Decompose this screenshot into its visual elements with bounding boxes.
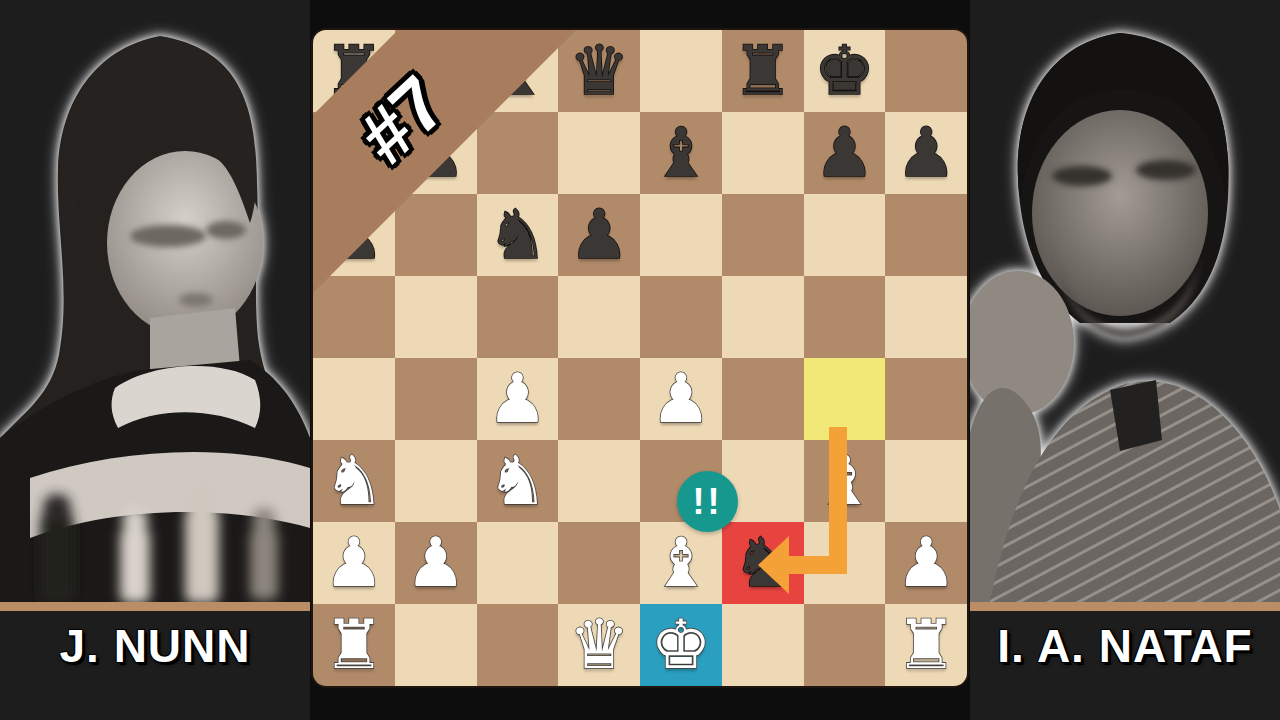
square-c8[interactable]: ♝ bbox=[477, 30, 559, 112]
white-king[interactable]: ♚ bbox=[650, 611, 711, 679]
white-pawn[interactable]: ♟ bbox=[650, 365, 711, 433]
white-rook[interactable]: ♜ bbox=[896, 611, 957, 679]
square-h7[interactable]: ♟ bbox=[885, 112, 967, 194]
square-a6[interactable]: ♟ bbox=[313, 194, 395, 276]
square-f4[interactable] bbox=[722, 358, 804, 440]
black-pawn[interactable]: ♟ bbox=[814, 119, 875, 187]
square-f7[interactable] bbox=[722, 112, 804, 194]
white-knight[interactable]: ♞ bbox=[487, 447, 548, 515]
square-a1[interactable]: ♜ bbox=[313, 604, 395, 686]
black-pawn[interactable]: ♟ bbox=[405, 119, 466, 187]
black-pawn[interactable]: ♟ bbox=[569, 201, 630, 269]
square-g7[interactable]: ♟ bbox=[804, 112, 886, 194]
white-knight[interactable]: ♞ bbox=[323, 447, 384, 515]
square-b5[interactable] bbox=[395, 276, 477, 358]
square-h1[interactable]: ♜ bbox=[885, 604, 967, 686]
square-e8[interactable] bbox=[640, 30, 722, 112]
white-pawn[interactable]: ♟ bbox=[896, 529, 957, 597]
player-photo-right bbox=[970, 8, 1280, 602]
square-g8[interactable]: ♚ bbox=[804, 30, 886, 112]
square-f6[interactable] bbox=[722, 194, 804, 276]
square-f3[interactable] bbox=[722, 440, 804, 522]
black-knight[interactable]: ♞ bbox=[487, 201, 548, 269]
square-b8[interactable] bbox=[395, 30, 477, 112]
square-h2[interactable]: ♟ bbox=[885, 522, 967, 604]
white-pawn[interactable]: ♟ bbox=[323, 529, 384, 597]
square-c7[interactable] bbox=[477, 112, 559, 194]
square-a3[interactable]: ♞ bbox=[313, 440, 395, 522]
square-d7[interactable] bbox=[558, 112, 640, 194]
square-e7[interactable]: ♝ bbox=[640, 112, 722, 194]
black-rook[interactable]: ♜ bbox=[323, 37, 384, 105]
square-g6[interactable] bbox=[804, 194, 886, 276]
white-rook[interactable]: ♜ bbox=[323, 611, 384, 679]
square-h3[interactable] bbox=[885, 440, 967, 522]
square-g5[interactable] bbox=[804, 276, 886, 358]
white-pawn[interactable]: ♟ bbox=[405, 529, 466, 597]
square-a2[interactable]: ♟ bbox=[313, 522, 395, 604]
page-root: { "game": "chess", "banner": { "label": … bbox=[0, 0, 1280, 720]
square-c6[interactable]: ♞ bbox=[477, 194, 559, 276]
square-e1[interactable]: ♚ bbox=[640, 604, 722, 686]
square-d4[interactable] bbox=[558, 358, 640, 440]
square-g2[interactable] bbox=[804, 522, 886, 604]
square-d5[interactable] bbox=[558, 276, 640, 358]
square-d6[interactable]: ♟ bbox=[558, 194, 640, 276]
player-name-left: J. NUNN bbox=[0, 608, 310, 684]
square-h6[interactable] bbox=[885, 194, 967, 276]
square-b4[interactable] bbox=[395, 358, 477, 440]
square-a7[interactable] bbox=[313, 112, 395, 194]
square-f8[interactable]: ♜ bbox=[722, 30, 804, 112]
square-g1[interactable] bbox=[804, 604, 886, 686]
square-e3[interactable] bbox=[640, 440, 722, 522]
square-c3[interactable]: ♞ bbox=[477, 440, 559, 522]
square-c5[interactable] bbox=[477, 276, 559, 358]
square-e2[interactable]: ♝ bbox=[640, 522, 722, 604]
square-d1[interactable]: ♛ bbox=[558, 604, 640, 686]
square-b2[interactable]: ♟ bbox=[395, 522, 477, 604]
black-rook[interactable]: ♜ bbox=[732, 37, 793, 105]
square-e6[interactable] bbox=[640, 194, 722, 276]
square-h5[interactable] bbox=[885, 276, 967, 358]
chess-board[interactable]: ♜♝♛♜♚♟♝♟♟♟♞♟♟♟♞♞♝♟♟♝♞♟♜♛♚♜ bbox=[313, 30, 967, 686]
square-c4[interactable]: ♟ bbox=[477, 358, 559, 440]
square-h4[interactable] bbox=[885, 358, 967, 440]
square-d2[interactable] bbox=[558, 522, 640, 604]
square-a5[interactable] bbox=[313, 276, 395, 358]
left-player-panel: J. NUNN bbox=[0, 0, 310, 720]
square-f2[interactable]: ♞ bbox=[722, 522, 804, 604]
square-h8[interactable] bbox=[885, 30, 967, 112]
square-c2[interactable] bbox=[477, 522, 559, 604]
square-a4[interactable] bbox=[313, 358, 395, 440]
right-player-panel: I. A. NATAF bbox=[970, 0, 1280, 720]
square-g3[interactable]: ♝ bbox=[804, 440, 886, 522]
black-bishop[interactable]: ♝ bbox=[487, 37, 548, 105]
black-pawn[interactable]: ♟ bbox=[323, 201, 384, 269]
white-pawn[interactable]: ♟ bbox=[487, 365, 548, 433]
chess-board-container: ♜♝♛♜♚♟♝♟♟♟♞♟♟♟♞♞♝♟♟♝♞♟♜♛♚♜ #7 !! bbox=[313, 30, 967, 686]
white-bishop[interactable]: ♝ bbox=[814, 447, 875, 515]
white-queen[interactable]: ♛ bbox=[569, 611, 630, 679]
square-d8[interactable]: ♛ bbox=[558, 30, 640, 112]
square-b1[interactable] bbox=[395, 604, 477, 686]
square-g4[interactable] bbox=[804, 358, 886, 440]
square-e4[interactable]: ♟ bbox=[640, 358, 722, 440]
square-b7[interactable]: ♟ bbox=[395, 112, 477, 194]
square-d3[interactable] bbox=[558, 440, 640, 522]
square-a8[interactable]: ♜ bbox=[313, 30, 395, 112]
square-f5[interactable] bbox=[722, 276, 804, 358]
black-pawn[interactable]: ♟ bbox=[896, 119, 957, 187]
square-e5[interactable] bbox=[640, 276, 722, 358]
square-b3[interactable] bbox=[395, 440, 477, 522]
player-name-right: I. A. NATAF bbox=[970, 608, 1280, 684]
black-king[interactable]: ♚ bbox=[814, 37, 875, 105]
black-knight[interactable]: ♞ bbox=[732, 529, 793, 597]
black-bishop[interactable]: ♝ bbox=[650, 119, 711, 187]
player-photo-left bbox=[0, 8, 310, 602]
white-bishop[interactable]: ♝ bbox=[650, 529, 711, 597]
black-queen[interactable]: ♛ bbox=[569, 37, 630, 105]
square-f1[interactable] bbox=[722, 604, 804, 686]
square-c1[interactable] bbox=[477, 604, 559, 686]
square-b6[interactable] bbox=[395, 194, 477, 276]
